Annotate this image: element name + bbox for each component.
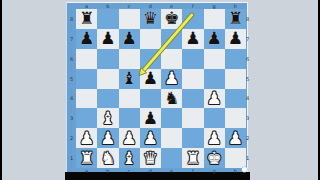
file-label-b-top: b — [106, 4, 109, 9]
square-h5[interactable] — [225, 69, 246, 89]
square-d2[interactable]: ♟ — [140, 128, 161, 148]
square-d5[interactable]: ♟ — [140, 69, 161, 89]
square-b6[interactable] — [97, 49, 118, 69]
chess-board-frame: ♜♛♚♜♟♟♟♟♟♟♝♟♟♞♟♝♟♟♟♟♟♟♟♜♞♝♛♜♚ aabbccddee… — [66, 2, 248, 172]
file-label-h-top: h — [234, 4, 237, 9]
square-f4[interactable] — [182, 89, 203, 109]
white-queen-d1: ♛ — [143, 150, 158, 167]
square-d3[interactable]: ♟ — [140, 108, 161, 128]
left-edge-strip — [0, 0, 2, 180]
square-b2[interactable]: ♟ — [97, 128, 118, 148]
rank-label-3-right: 3 — [246, 116, 249, 121]
square-g6[interactable] — [204, 49, 225, 69]
black-pawn-a7: ♟ — [79, 30, 94, 47]
file-label-d-bottom: d — [149, 168, 152, 173]
black-pawn-d5: ♟ — [143, 70, 158, 87]
file-label-a-bottom: a — [85, 168, 88, 173]
square-d7[interactable] — [140, 29, 161, 49]
square-b1[interactable]: ♞ — [97, 148, 118, 168]
black-pawn-b7: ♟ — [100, 30, 115, 47]
square-b7[interactable]: ♟ — [97, 29, 118, 49]
file-label-c-top: c — [128, 4, 131, 9]
white-pawn-c2: ♟ — [122, 130, 137, 147]
black-pawn-c7: ♟ — [122, 30, 137, 47]
black-pawn-d3: ♟ — [143, 110, 158, 127]
square-c2[interactable]: ♟ — [119, 128, 140, 148]
square-h1[interactable] — [225, 148, 246, 168]
square-c7[interactable]: ♟ — [119, 29, 140, 49]
square-h8[interactable]: ♜ — [225, 9, 246, 29]
square-e5[interactable]: ♟ — [161, 69, 182, 89]
black-knight-e4: ♞ — [164, 90, 179, 107]
white-rook-a1: ♜ — [79, 150, 94, 167]
rank-label-3-left: 3 — [70, 116, 73, 121]
square-d8[interactable]: ♛ — [140, 9, 161, 29]
square-g1[interactable]: ♚ — [204, 148, 225, 168]
square-e2[interactable] — [161, 128, 182, 148]
rank-label-8-left: 8 — [70, 16, 73, 21]
square-e7[interactable] — [161, 29, 182, 49]
square-b4[interactable] — [97, 89, 118, 109]
file-label-e-top: e — [170, 4, 173, 9]
file-label-h-bottom: h — [234, 168, 237, 173]
rank-label-8-right: 8 — [246, 16, 249, 21]
white-pawn-b2: ♟ — [100, 130, 115, 147]
square-a8[interactable]: ♜ — [76, 9, 97, 29]
rank-label-4-left: 4 — [70, 96, 73, 101]
square-a1[interactable]: ♜ — [76, 148, 97, 168]
square-e8[interactable]: ♚ — [161, 9, 182, 29]
white-bishop-c1: ♝ — [122, 150, 137, 167]
square-h6[interactable] — [225, 49, 246, 69]
square-h3[interactable] — [225, 108, 246, 128]
square-a2[interactable]: ♟ — [76, 128, 97, 148]
square-c6[interactable] — [119, 49, 140, 69]
white-rook-f1: ♜ — [185, 150, 200, 167]
white-pawn-g2: ♟ — [207, 130, 222, 147]
black-pawn-g7: ♟ — [207, 30, 222, 47]
square-c1[interactable]: ♝ — [119, 148, 140, 168]
square-a6[interactable] — [76, 49, 97, 69]
file-label-f-bottom: f — [192, 168, 194, 173]
square-f5[interactable] — [182, 69, 203, 89]
square-b3[interactable]: ♝ — [97, 108, 118, 128]
file-label-d-top: d — [149, 4, 152, 9]
square-g3[interactable] — [204, 108, 225, 128]
side-to-move-indicator — [242, 167, 247, 172]
square-c5[interactable]: ♝ — [119, 69, 140, 89]
square-f2[interactable] — [182, 128, 203, 148]
board-bottom-shadow — [65, 172, 250, 180]
black-pawn-f7: ♟ — [185, 30, 200, 47]
white-pawn-h2: ♟ — [228, 130, 243, 147]
black-rook-a8: ♜ — [79, 10, 94, 27]
white-pawn-a2: ♟ — [79, 130, 94, 147]
square-f3[interactable] — [182, 108, 203, 128]
square-f6[interactable] — [182, 49, 203, 69]
rank-label-4-right: 4 — [246, 96, 249, 101]
square-e4[interactable]: ♞ — [161, 89, 182, 109]
rank-label-7-right: 7 — [246, 36, 249, 41]
file-label-e-bottom: e — [170, 168, 173, 173]
white-pawn-e5: ♟ — [164, 70, 179, 87]
rank-label-1-right: 1 — [246, 156, 249, 161]
file-label-f-top: f — [192, 4, 194, 9]
square-c3[interactable] — [119, 108, 140, 128]
square-g5[interactable] — [204, 69, 225, 89]
white-knight-b1: ♞ — [100, 150, 115, 167]
file-label-g-bottom: g — [213, 168, 216, 173]
square-f8[interactable] — [182, 9, 203, 29]
square-d1[interactable]: ♛ — [140, 148, 161, 168]
square-g8[interactable] — [204, 9, 225, 29]
file-label-a-top: a — [85, 4, 88, 9]
square-b5[interactable] — [97, 69, 118, 89]
rank-label-2-left: 2 — [70, 136, 73, 141]
square-f1[interactable]: ♜ — [182, 148, 203, 168]
square-e1[interactable] — [161, 148, 182, 168]
rank-label-5-left: 5 — [70, 76, 73, 81]
white-bishop-b3: ♝ — [100, 110, 115, 127]
white-pawn-g4: ♟ — [207, 90, 222, 107]
square-a5[interactable] — [76, 69, 97, 89]
file-label-c-bottom: c — [128, 168, 131, 173]
chess-app-window: ♜♛♚♜♟♟♟♟♟♟♝♟♟♞♟♝♟♟♟♟♟♟♟♜♞♝♛♜♚ aabbccddee… — [0, 0, 320, 180]
square-a7[interactable]: ♟ — [76, 29, 97, 49]
rank-label-5-right: 5 — [246, 76, 249, 81]
square-f7[interactable]: ♟ — [182, 29, 203, 49]
black-king-e8: ♚ — [164, 10, 179, 27]
square-g4[interactable]: ♟ — [204, 89, 225, 109]
square-c4[interactable] — [119, 89, 140, 109]
rank-label-2-right: 2 — [246, 136, 249, 141]
rank-label-7-left: 7 — [70, 36, 73, 41]
chess-board: ♜♛♚♜♟♟♟♟♟♟♝♟♟♞♟♝♟♟♟♟♟♟♟♜♞♝♛♜♚ — [76, 9, 246, 168]
square-h2[interactable]: ♟ — [225, 128, 246, 148]
square-b8[interactable] — [97, 9, 118, 29]
square-d4[interactable] — [140, 89, 161, 109]
square-e3[interactable] — [161, 108, 182, 128]
black-queen-d8: ♛ — [143, 10, 158, 27]
file-label-g-top: g — [213, 4, 216, 9]
rank-label-1-left: 1 — [70, 156, 73, 161]
rank-label-6-left: 6 — [70, 56, 73, 61]
square-e6[interactable] — [161, 49, 182, 69]
square-g2[interactable]: ♟ — [204, 128, 225, 148]
black-bishop-c5: ♝ — [122, 70, 137, 87]
rank-label-6-right: 6 — [246, 56, 249, 61]
square-a3[interactable] — [76, 108, 97, 128]
file-label-b-bottom: b — [106, 168, 109, 173]
white-pawn-d2: ♟ — [143, 130, 158, 147]
black-rook-h8: ♜ — [228, 10, 243, 27]
square-d6[interactable] — [140, 49, 161, 69]
square-g7[interactable]: ♟ — [204, 29, 225, 49]
white-king-g1: ♚ — [207, 150, 222, 167]
black-pawn-h7: ♟ — [228, 30, 243, 47]
square-h4[interactable] — [225, 89, 246, 109]
square-a4[interactable] — [76, 89, 97, 109]
square-c8[interactable] — [119, 9, 140, 29]
square-h7[interactable]: ♟ — [225, 29, 246, 49]
